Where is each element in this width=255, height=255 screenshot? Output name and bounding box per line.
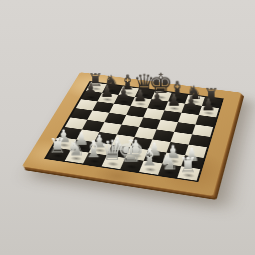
piece-black-pawn-g7[interactable]: ♟ [184,95,199,112]
piece-black-pawn-d7[interactable]: ♟ [133,88,148,104]
chess-set-photo: ♜♞♝♛♚♝♞♜♟♟♟♟♟♟♟♟♟♟♟♟♟♟♟♟♜♞♝♛♚♝♞♜ [0,0,255,255]
piece-black-pawn-a7[interactable]: ♟ [83,82,97,98]
piece-white-rook-a1[interactable]: ♜ [48,136,66,156]
piece-white-knight-g1[interactable]: ♞ [159,151,178,173]
piece-white-bishop-f1[interactable]: ♝ [139,146,160,170]
board-pieces-layer: ♜♞♝♛♚♝♞♜♟♟♟♟♟♟♟♟♟♟♟♟♟♟♟♟♜♞♝♛♚♝♞♜ [47,82,222,180]
piece-black-pawn-c7[interactable]: ♟ [116,86,131,102]
piece-white-knight-b1[interactable]: ♞ [66,138,85,159]
piece-black-pawn-h7[interactable]: ♟ [201,97,216,114]
piece-black-pawn-f7[interactable]: ♟ [166,92,181,108]
cell-h7: ♟ [199,106,219,118]
piece-black-pawn-b7[interactable]: ♟ [100,84,114,100]
board-wood-frame: ♜♞♝♛♚♝♞♜♟♟♟♟♟♟♟♟♟♟♟♟♟♟♟♟♜♞♝♛♚♝♞♜ [22,72,241,196]
piece-white-rook-h1[interactable]: ♜ [179,155,198,176]
piece-black-pawn-e7[interactable]: ♟ [150,90,165,106]
chess-board: ♜♞♝♛♚♝♞♜♟♟♟♟♟♟♟♟♟♟♟♟♟♟♟♟♜♞♝♛♚♝♞♜ [22,72,241,196]
